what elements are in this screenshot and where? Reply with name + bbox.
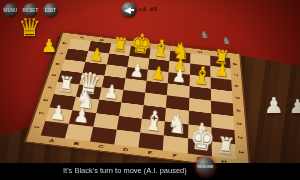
edit-button[interactable]: EDIT — [43, 3, 58, 18]
rank-label-6: 6 — [231, 80, 242, 93]
edit-button-label: EDIT — [45, 8, 56, 13]
square-c6[interactable] — [104, 64, 127, 78]
file-label-e: E — [138, 147, 163, 158]
square-f2[interactable]: ♞ — [164, 121, 188, 138]
square-h5[interactable] — [211, 89, 233, 104]
file-label-d: D — [113, 144, 139, 155]
white-pawn-d6[interactable]: ♟ — [125, 61, 148, 81]
captured-white-knight-far: ♞ — [200, 30, 209, 40]
resume-button[interactable]: RESUME — [196, 157, 215, 176]
square-e6[interactable]: ♟ — [147, 69, 169, 83]
captured-white-pawn: ♟ — [264, 95, 284, 117]
square-g1[interactable]: ♚ — [187, 138, 211, 156]
square-b7[interactable]: ♟ — [86, 51, 109, 64]
captured-white-pawn2: ♟ — [289, 97, 300, 116]
square-h1[interactable]: ♜ — [212, 141, 237, 159]
black-pawn-b7[interactable]: ♟ — [86, 45, 109, 65]
resume-button-label: RESUME — [197, 165, 213, 169]
square-e2[interactable]: ♝ — [140, 119, 165, 136]
chess-board[interactable]: ABCDEFGH8♜♚♝♞♜87♟♟♟76♟♟♟♝6554♜♛♟43♞32♟♟♝… — [26, 33, 249, 169]
square-d4[interactable] — [121, 90, 145, 105]
white-pawn-c4[interactable]: ♟ — [99, 81, 124, 102]
file-label-b: B — [63, 138, 89, 149]
black-pawn-h7[interactable]: ♟ — [210, 60, 233, 80]
square-b2[interactable]: ♟ — [69, 110, 96, 127]
move-annotation: e8 d8 — [139, 6, 158, 13]
file-label-f: F — [162, 150, 187, 161]
turn-status-text: It's Black's turn to move (A.I. paused) — [63, 166, 187, 175]
square-c4[interactable]: ♟ — [99, 87, 124, 102]
menu-button-label: MENU — [3, 8, 17, 13]
app-window: ABCDEFGH8♜♚♝♞♜87♟♟♟76♟♟♟♝6554♜♛♟43♞32♟♟♝… — [0, 0, 300, 180]
black-pawn-e6[interactable]: ♟ — [147, 63, 171, 83]
white-pawn-b2[interactable]: ♟ — [69, 104, 95, 126]
white-rook-h1[interactable]: ♜ — [212, 133, 240, 159]
board-rotation-wrapper: ABCDEFGH8♜♚♝♞♜87♟♟♟76♟♟♟♝6554♜♛♟43♞32♟♟♝… — [0, 0, 300, 180]
menu-button[interactable]: MENU — [3, 3, 18, 18]
reset-button[interactable]: RESET — [23, 3, 38, 18]
white-knight-f2[interactable]: ♞ — [164, 110, 191, 138]
square-d6[interactable]: ♟ — [125, 67, 148, 81]
file-label-a: A — [38, 135, 65, 146]
captured-white-knight-far2: ♞ — [222, 36, 231, 46]
black-rook-c8[interactable]: ♜ — [109, 34, 132, 56]
white-pawn-f6[interactable]: ♟ — [168, 66, 192, 86]
file-label-c: C — [88, 141, 114, 152]
back-arrow-icon: ◀ — [124, 6, 134, 15]
status-bar: It's Black's turn to move (A.I. paused) — [0, 163, 300, 180]
black-bishop-g6[interactable]: ♝ — [189, 62, 213, 89]
white-pawn-a2[interactable]: ♟ — [45, 101, 71, 123]
captured-black-pawn: ♟ — [41, 37, 57, 55]
undo-move-button[interactable]: ◀ — [121, 2, 137, 18]
reset-button-label: RESET — [23, 8, 39, 13]
